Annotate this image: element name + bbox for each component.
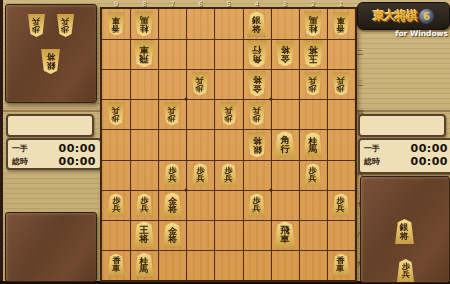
piece-kanji: 金	[280, 54, 289, 63]
gote-piece-歩兵[interactable]: 歩兵	[27, 14, 46, 37]
piece-kanji: 兵	[196, 175, 204, 183]
piece-kanji: 兵	[168, 106, 176, 114]
piece-kanji: 兵	[252, 106, 260, 114]
logo-caption: for Windows	[357, 29, 448, 38]
square-3g[interactable]	[271, 190, 299, 220]
sente-move-time-value: 00:00	[410, 142, 448, 155]
square-6a[interactable]	[186, 9, 214, 39]
square-4i[interactable]	[243, 250, 271, 280]
piece-kanji: 歩	[61, 26, 69, 34]
piece-kanji: 馬	[308, 145, 317, 154]
piece-kanji: 角	[252, 54, 261, 63]
square-6e[interactable]	[186, 129, 214, 159]
square-2d[interactable]	[299, 99, 327, 129]
piece-kanji: 兵	[401, 271, 409, 279]
piece-kanji: 馬	[308, 16, 317, 25]
app-window: 歩兵歩兵銀将 一手 00:00 総時 00:00 987654321 香車桂馬銀…	[0, 0, 450, 284]
piece-kanji: 兵	[337, 76, 345, 84]
piece-kanji: 桂	[140, 24, 149, 33]
square-2i[interactable]	[299, 250, 327, 280]
square-6i[interactable]	[186, 250, 214, 280]
piece-kanji: 将	[168, 205, 177, 214]
sente-name-plate	[358, 114, 446, 137]
sente-clock: 一手 00:00 総時 00:00	[358, 138, 450, 174]
piece-kanji: 将	[252, 136, 261, 145]
shogi-board[interactable]: 香車桂馬銀将桂馬香車飛車角行金将玉将歩兵金将歩兵歩兵歩兵歩兵歩兵歩兵銀将角行桂馬…	[100, 7, 357, 282]
piece-kanji: 兵	[224, 175, 232, 183]
gote-captured-tray: 歩兵歩兵銀将	[5, 4, 97, 103]
square-3d[interactable]	[271, 99, 299, 129]
gote-clock: 一手 00:00 総時 00:00	[6, 138, 102, 170]
piece-kanji: 将	[280, 46, 289, 55]
app-logo: 東大将棋 6	[357, 2, 450, 30]
piece-kanji: 歩	[252, 114, 260, 122]
sente-captured-tray: 銀将歩兵	[360, 176, 450, 283]
square-9b[interactable]	[102, 39, 130, 69]
piece-kanji: 歩	[168, 114, 176, 122]
square-4h[interactable]	[243, 220, 271, 250]
square-3c[interactable]	[271, 69, 299, 99]
square-5b[interactable]	[214, 39, 242, 69]
square-3f[interactable]	[271, 160, 299, 190]
square-5e[interactable]	[214, 129, 242, 159]
piece-kanji: 将	[168, 235, 177, 244]
square-5a[interactable]	[214, 9, 242, 39]
square-7e[interactable]	[158, 129, 186, 159]
piece-kanji: 兵	[252, 205, 260, 213]
piece-kanji: 行	[252, 45, 261, 54]
piece-kanji: 行	[280, 145, 289, 154]
square-1b[interactable]	[327, 39, 355, 69]
piece-kanji: 将	[400, 232, 409, 241]
piece-kanji: 車	[112, 16, 120, 24]
square-1d[interactable]	[327, 99, 355, 129]
piece-kanji: 歩	[196, 84, 204, 92]
square-3i[interactable]	[271, 250, 299, 280]
square-2g[interactable]	[299, 190, 327, 220]
square-4f[interactable]	[243, 160, 271, 190]
piece-kanji: 兵	[309, 175, 317, 183]
gote-move-time-value: 00:00	[58, 142, 96, 155]
piece-kanji: 兵	[32, 18, 40, 26]
piece-kanji: 将	[252, 24, 261, 33]
piece-kanji: 歩	[112, 114, 120, 122]
piece-kanji: 将	[252, 76, 261, 85]
piece-kanji: 兵	[168, 175, 176, 183]
piece-kanji: 兵	[112, 106, 120, 114]
square-9e[interactable]	[102, 129, 130, 159]
square-9h[interactable]	[102, 220, 130, 250]
gote-piece-銀将[interactable]: 銀将	[40, 49, 61, 74]
square-6d[interactable]	[186, 99, 214, 129]
square-6b[interactable]	[186, 39, 214, 69]
square-1h[interactable]	[327, 220, 355, 250]
piece-kanji: 将	[46, 53, 55, 62]
logo-version-badge: 6	[419, 9, 434, 24]
piece-kanji: 車	[139, 45, 148, 54]
piece-kanji: 玉	[308, 54, 317, 63]
square-8d[interactable]	[130, 99, 158, 129]
gote-name-plate	[6, 114, 94, 137]
piece-kanji: 兵	[140, 205, 148, 213]
piece-kanji: 香	[112, 24, 120, 32]
square-6h[interactable]	[186, 220, 214, 250]
square-9c[interactable]	[102, 69, 130, 99]
left-edge-trim	[0, 0, 3, 284]
piece-kanji: 馬	[140, 16, 149, 25]
square-5c[interactable]	[214, 69, 242, 99]
piece-kanji: 兵	[196, 76, 204, 84]
logo-title: 東大将棋	[373, 8, 417, 25]
piece-kanji: 兵	[224, 106, 232, 114]
piece-kanji: 銀	[46, 62, 55, 71]
square-1e[interactable]	[327, 129, 355, 159]
gote-move-time-label: 一手	[12, 143, 28, 154]
rank-label: 三	[356, 79, 364, 88]
piece-kanji: 歩	[32, 26, 40, 34]
piece-kanji: 歩	[309, 84, 317, 92]
piece-kanji: 馬	[140, 265, 149, 274]
square-7i[interactable]	[158, 250, 186, 280]
gote-total-time-label: 総時	[12, 156, 28, 167]
sente-piece-銀将[interactable]: 銀将	[394, 219, 415, 244]
piece-kanji: 香	[337, 24, 345, 32]
square-9f[interactable]	[102, 160, 130, 190]
square-5h[interactable]	[214, 220, 242, 250]
sente-total-time-value: 00:00	[410, 155, 448, 168]
square-7a[interactable]	[158, 9, 186, 39]
piece-kanji: 車	[112, 265, 120, 273]
square-7c[interactable]	[158, 69, 186, 99]
tatami-seam	[356, 110, 450, 112]
piece-kanji: 飛	[139, 54, 148, 63]
piece-kanji: 将	[139, 235, 148, 244]
sente-piece-歩兵[interactable]: 歩兵	[396, 259, 415, 282]
square-8f[interactable]	[130, 160, 158, 190]
gote-total-time-value: 00:00	[58, 155, 96, 168]
square-1f[interactable]	[327, 160, 355, 190]
piece-kanji: 将	[308, 45, 317, 54]
piece-kanji: 兵	[309, 76, 317, 84]
piece-kanji: 車	[280, 235, 289, 244]
piece-kanji: 歩	[337, 84, 345, 92]
square-6g[interactable]	[186, 190, 214, 220]
square-8c[interactable]	[130, 69, 158, 99]
piece-kanji: 歩	[224, 114, 232, 122]
left-empty-tray	[5, 212, 97, 282]
piece-kanji: 兵	[61, 18, 69, 26]
piece-kanji: 車	[337, 16, 345, 24]
square-5i[interactable]	[214, 250, 242, 280]
piece-kanji: 兵	[337, 205, 345, 213]
piece-kanji: 金	[252, 84, 261, 93]
piece-kanji: 桂	[308, 24, 317, 33]
tatami-seam	[3, 110, 100, 112]
gote-piece-歩兵[interactable]: 歩兵	[56, 14, 75, 37]
square-7b[interactable]	[158, 39, 186, 69]
square-2h[interactable]	[299, 220, 327, 250]
square-8e[interactable]	[130, 129, 158, 159]
square-5g[interactable]	[214, 190, 242, 220]
rank-label: 二	[356, 49, 364, 58]
piece-kanji: 兵	[112, 205, 120, 213]
square-3a[interactable]	[271, 9, 299, 39]
sente-move-time-label: 一手	[364, 143, 380, 154]
piece-kanji: 車	[337, 265, 345, 273]
sente-total-time-label: 総時	[364, 156, 380, 167]
